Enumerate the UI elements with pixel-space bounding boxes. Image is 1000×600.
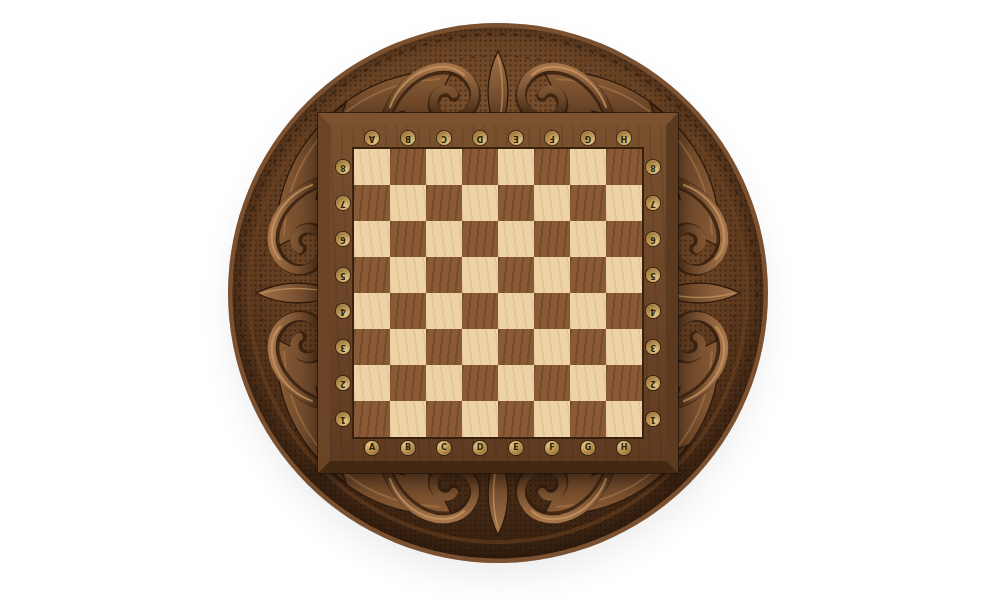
square-h6[interactable]	[606, 221, 642, 257]
square-h4[interactable]	[606, 293, 642, 329]
square-a3[interactable]	[354, 329, 390, 365]
square-e5[interactable]	[498, 257, 534, 293]
square-d8[interactable]	[462, 149, 498, 185]
square-e1[interactable]	[498, 401, 534, 437]
square-a6[interactable]	[354, 221, 390, 257]
square-c2[interactable]	[426, 365, 462, 401]
square-c8[interactable]	[426, 149, 462, 185]
square-h8[interactable]	[606, 149, 642, 185]
carved-round-chessboard: AABBCCDDEEFFGGHH8877665544332211	[228, 23, 768, 563]
rank-label-right-4: 4	[646, 304, 660, 318]
square-d4[interactable]	[462, 293, 498, 329]
square-d2[interactable]	[462, 365, 498, 401]
square-a8[interactable]	[354, 149, 390, 185]
square-f2[interactable]	[534, 365, 570, 401]
file-label-top-e: E	[509, 131, 523, 145]
square-h1[interactable]	[606, 401, 642, 437]
rank-label-left-1: 1	[336, 412, 350, 426]
rank-label-left-7: 7	[336, 196, 350, 210]
square-d6[interactable]	[462, 221, 498, 257]
file-label-top-f: F	[545, 131, 559, 145]
square-e4[interactable]	[498, 293, 534, 329]
square-g2[interactable]	[570, 365, 606, 401]
square-e7[interactable]	[498, 185, 534, 221]
board-inset-border	[352, 147, 644, 439]
square-f7[interactable]	[534, 185, 570, 221]
rank-label-right-5: 5	[646, 268, 660, 282]
square-b5[interactable]	[390, 257, 426, 293]
square-f4[interactable]	[534, 293, 570, 329]
square-d5[interactable]	[462, 257, 498, 293]
square-a7[interactable]	[354, 185, 390, 221]
square-e8[interactable]	[498, 149, 534, 185]
file-label-top-h: H	[617, 131, 631, 145]
chess-board-grid	[354, 149, 642, 437]
square-h7[interactable]	[606, 185, 642, 221]
rank-label-left-3: 3	[336, 340, 350, 354]
file-label-bottom-e: E	[509, 441, 523, 455]
square-g3[interactable]	[570, 329, 606, 365]
file-label-bottom-d: D	[473, 441, 487, 455]
square-c3[interactable]	[426, 329, 462, 365]
square-a1[interactable]	[354, 401, 390, 437]
square-d7[interactable]	[462, 185, 498, 221]
square-b2[interactable]	[390, 365, 426, 401]
square-g1[interactable]	[570, 401, 606, 437]
square-c1[interactable]	[426, 401, 462, 437]
square-b6[interactable]	[390, 221, 426, 257]
rank-label-left-2: 2	[336, 376, 350, 390]
file-label-top-a: A	[365, 131, 379, 145]
file-label-bottom-f: F	[545, 441, 559, 455]
rank-label-left-5: 5	[336, 268, 350, 282]
square-b3[interactable]	[390, 329, 426, 365]
square-e2[interactable]	[498, 365, 534, 401]
square-c4[interactable]	[426, 293, 462, 329]
square-g6[interactable]	[570, 221, 606, 257]
rank-label-left-6: 6	[336, 232, 350, 246]
rank-label-right-6: 6	[646, 232, 660, 246]
square-c6[interactable]	[426, 221, 462, 257]
square-f6[interactable]	[534, 221, 570, 257]
square-b7[interactable]	[390, 185, 426, 221]
square-d3[interactable]	[462, 329, 498, 365]
square-d1[interactable]	[462, 401, 498, 437]
square-a4[interactable]	[354, 293, 390, 329]
rank-label-left-4: 4	[336, 304, 350, 318]
square-e3[interactable]	[498, 329, 534, 365]
square-h3[interactable]	[606, 329, 642, 365]
square-f3[interactable]	[534, 329, 570, 365]
file-label-bottom-b: B	[401, 441, 415, 455]
photo-background: AABBCCDDEEFFGGHH8877665544332211	[0, 0, 1000, 600]
board-platform: AABBCCDDEEFFGGHH8877665544332211	[318, 113, 678, 473]
square-b1[interactable]	[390, 401, 426, 437]
square-c7[interactable]	[426, 185, 462, 221]
square-b8[interactable]	[390, 149, 426, 185]
rank-label-right-3: 3	[646, 340, 660, 354]
square-f8[interactable]	[534, 149, 570, 185]
square-e6[interactable]	[498, 221, 534, 257]
file-label-top-g: G	[581, 131, 595, 145]
square-b4[interactable]	[390, 293, 426, 329]
file-label-bottom-g: G	[581, 441, 595, 455]
rank-label-right-7: 7	[646, 196, 660, 210]
rank-label-right-2: 2	[646, 376, 660, 390]
square-h5[interactable]	[606, 257, 642, 293]
square-g7[interactable]	[570, 185, 606, 221]
file-label-top-b: B	[401, 131, 415, 145]
square-f5[interactable]	[534, 257, 570, 293]
square-g4[interactable]	[570, 293, 606, 329]
rank-label-left-8: 8	[336, 160, 350, 174]
rank-label-right-8: 8	[646, 160, 660, 174]
file-label-bottom-h: H	[617, 441, 631, 455]
file-label-bottom-a: A	[365, 441, 379, 455]
square-g8[interactable]	[570, 149, 606, 185]
rank-label-right-1: 1	[646, 412, 660, 426]
square-a2[interactable]	[354, 365, 390, 401]
file-label-top-d: D	[473, 131, 487, 145]
file-label-top-c: C	[437, 131, 451, 145]
square-h2[interactable]	[606, 365, 642, 401]
file-label-bottom-c: C	[437, 441, 451, 455]
square-a5[interactable]	[354, 257, 390, 293]
square-g5[interactable]	[570, 257, 606, 293]
square-f1[interactable]	[534, 401, 570, 437]
square-c5[interactable]	[426, 257, 462, 293]
